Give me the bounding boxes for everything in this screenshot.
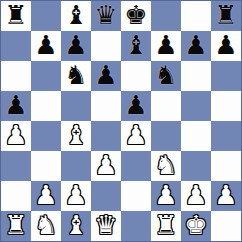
square-g5[interactable]: [181, 91, 211, 121]
square-d2[interactable]: [91, 181, 121, 211]
square-b8[interactable]: [31, 1, 61, 31]
square-b2[interactable]: ♟: [31, 181, 61, 211]
square-e4[interactable]: ♟: [121, 121, 151, 151]
square-a1[interactable]: ♜: [1, 211, 31, 241]
square-f4[interactable]: [151, 121, 181, 151]
piece-black-pawn[interactable]: ♟: [34, 31, 57, 60]
piece-black-pawn[interactable]: ♟: [184, 31, 207, 60]
square-b1[interactable]: ♞: [31, 211, 61, 241]
square-b3[interactable]: [31, 151, 61, 181]
square-c4[interactable]: ♝: [61, 121, 91, 151]
square-b7[interactable]: ♟: [31, 31, 61, 61]
piece-black-pawn[interactable]: ♟: [4, 91, 27, 120]
piece-white-pawn[interactable]: ♟: [214, 181, 237, 210]
square-h1[interactable]: [211, 211, 241, 241]
piece-white-pawn[interactable]: ♟: [94, 151, 117, 180]
piece-black-king[interactable]: ♚: [124, 1, 147, 30]
piece-black-pawn[interactable]: ♟: [94, 61, 117, 90]
square-b6[interactable]: [31, 61, 61, 91]
square-a2[interactable]: [1, 181, 31, 211]
piece-white-rook[interactable]: ♜: [4, 211, 27, 240]
square-h6[interactable]: [211, 61, 241, 91]
piece-white-knight[interactable]: ♞: [34, 211, 57, 240]
piece-white-bishop[interactable]: ♝: [64, 211, 87, 240]
square-f7[interactable]: ♟: [151, 31, 181, 61]
square-d5[interactable]: [91, 91, 121, 121]
square-c8[interactable]: ♝: [61, 1, 91, 31]
square-g7[interactable]: ♟: [181, 31, 211, 61]
piece-white-pawn[interactable]: ♟: [4, 121, 27, 150]
square-h2[interactable]: ♟: [211, 181, 241, 211]
piece-white-king[interactable]: ♚: [184, 211, 207, 240]
square-f6[interactable]: ♞: [151, 61, 181, 91]
square-d6[interactable]: ♟: [91, 61, 121, 91]
square-f2[interactable]: ♟: [151, 181, 181, 211]
square-c1[interactable]: ♝: [61, 211, 91, 241]
piece-black-knight[interactable]: ♞: [64, 61, 87, 90]
square-e3[interactable]: [121, 151, 151, 181]
square-a7[interactable]: [1, 31, 31, 61]
square-d4[interactable]: [91, 121, 121, 151]
piece-black-pawn[interactable]: ♟: [64, 31, 87, 60]
piece-black-rook[interactable]: ♜: [214, 1, 237, 30]
square-c3[interactable]: [61, 151, 91, 181]
square-a8[interactable]: ♜: [1, 1, 31, 31]
piece-black-queen[interactable]: ♛: [94, 1, 117, 30]
square-g6[interactable]: [181, 61, 211, 91]
square-c7[interactable]: ♟: [61, 31, 91, 61]
piece-black-rook[interactable]: ♜: [4, 1, 27, 30]
square-a4[interactable]: ♟: [1, 121, 31, 151]
square-c5[interactable]: [61, 91, 91, 121]
piece-black-knight[interactable]: ♞: [154, 61, 177, 90]
piece-white-pawn[interactable]: ♟: [124, 121, 147, 150]
square-h5[interactable]: [211, 91, 241, 121]
square-e5[interactable]: ♟: [121, 91, 151, 121]
square-b4[interactable]: [31, 121, 61, 151]
square-b5[interactable]: [31, 91, 61, 121]
piece-black-bishop[interactable]: ♝: [64, 1, 87, 30]
piece-black-bishop[interactable]: ♝: [124, 31, 147, 60]
piece-white-queen[interactable]: ♛: [94, 211, 117, 240]
piece-white-pawn[interactable]: ♟: [154, 181, 177, 210]
square-e2[interactable]: [121, 181, 151, 211]
square-e1[interactable]: [121, 211, 151, 241]
square-g1[interactable]: ♚: [181, 211, 211, 241]
square-g2[interactable]: ♟: [181, 181, 211, 211]
piece-white-pawn[interactable]: ♟: [184, 181, 207, 210]
piece-black-pawn[interactable]: ♟: [154, 31, 177, 60]
square-f3[interactable]: ♞: [151, 151, 181, 181]
square-h4[interactable]: [211, 121, 241, 151]
square-a5[interactable]: ♟: [1, 91, 31, 121]
square-c2[interactable]: ♟: [61, 181, 91, 211]
square-d3[interactable]: ♟: [91, 151, 121, 181]
square-d8[interactable]: ♛: [91, 1, 121, 31]
square-f5[interactable]: [151, 91, 181, 121]
square-d1[interactable]: ♛: [91, 211, 121, 241]
chess-board: ♜♝♛♚♜♟♟♝♟♟♟♞♟♞♟♟♟♝♟♟♞♟♟♟♟♟♜♞♝♛♜♚: [0, 0, 242, 242]
square-g8[interactable]: [181, 1, 211, 31]
square-e8[interactable]: ♚: [121, 1, 151, 31]
square-e7[interactable]: ♝: [121, 31, 151, 61]
piece-white-pawn[interactable]: ♟: [64, 181, 87, 210]
square-g4[interactable]: [181, 121, 211, 151]
square-a6[interactable]: [1, 61, 31, 91]
square-c6[interactable]: ♞: [61, 61, 91, 91]
square-a3[interactable]: [1, 151, 31, 181]
square-h7[interactable]: ♟: [211, 31, 241, 61]
square-f8[interactable]: [151, 1, 181, 31]
square-g3[interactable]: [181, 151, 211, 181]
square-e6[interactable]: [121, 61, 151, 91]
piece-white-rook[interactable]: ♜: [154, 211, 177, 240]
piece-black-pawn[interactable]: ♟: [124, 91, 147, 120]
piece-black-pawn[interactable]: ♟: [214, 31, 237, 60]
piece-white-bishop[interactable]: ♝: [64, 121, 87, 150]
square-d7[interactable]: [91, 31, 121, 61]
square-h8[interactable]: ♜: [211, 1, 241, 31]
square-f1[interactable]: ♜: [151, 211, 181, 241]
piece-white-knight[interactable]: ♞: [154, 151, 177, 180]
square-h3[interactable]: [211, 151, 241, 181]
piece-white-pawn[interactable]: ♟: [34, 181, 57, 210]
